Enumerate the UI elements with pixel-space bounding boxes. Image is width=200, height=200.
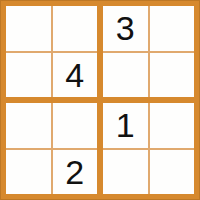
cell-r1c4[interactable] xyxy=(150,6,195,51)
cell-r4c2: 2 xyxy=(53,150,98,195)
cell-r3c3: 1 xyxy=(103,103,148,148)
box-top-right: 3 xyxy=(103,6,194,97)
cell-r2c2: 4 xyxy=(53,53,98,98)
cell-r4c1[interactable] xyxy=(6,150,51,195)
cell-r1c2[interactable] xyxy=(53,6,98,51)
cell-r1c1[interactable] xyxy=(6,6,51,51)
cell-r3c1[interactable] xyxy=(6,103,51,148)
cell-r2c4[interactable] xyxy=(150,53,195,98)
cell-r3c2[interactable] xyxy=(53,103,98,148)
cell-r4c4[interactable] xyxy=(150,150,195,195)
cell-r4c3[interactable] xyxy=(103,150,148,195)
cell-r3c4[interactable] xyxy=(150,103,195,148)
cell-r2c3[interactable] xyxy=(103,53,148,98)
box-bottom-left: 2 xyxy=(6,103,97,194)
sudoku-board: 4 3 2 1 xyxy=(0,0,200,200)
box-top-left: 4 xyxy=(6,6,97,97)
cell-r1c3: 3 xyxy=(103,6,148,51)
box-bottom-right: 1 xyxy=(103,103,194,194)
cell-r2c1[interactable] xyxy=(6,53,51,98)
